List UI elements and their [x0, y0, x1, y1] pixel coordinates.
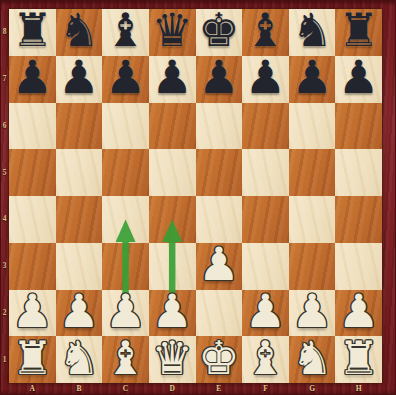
square-a2[interactable]: ♟: [9, 290, 56, 337]
piece-black-king-e8[interactable]: ♚: [198, 7, 239, 53]
piece-black-pawn-c7[interactable]: ♟: [105, 54, 146, 100]
piece-black-rook-h8[interactable]: ♜: [338, 7, 379, 53]
square-d4[interactable]: [149, 196, 196, 243]
square-h3[interactable]: [335, 243, 382, 290]
square-a5[interactable]: [9, 149, 56, 196]
piece-black-rook-a8[interactable]: ♜: [12, 7, 53, 53]
square-a6[interactable]: [9, 103, 56, 150]
square-b4[interactable]: [56, 196, 103, 243]
piece-white-bishop-f1[interactable]: ♝: [245, 335, 286, 381]
square-g5[interactable]: [289, 149, 336, 196]
piece-black-knight-b8[interactable]: ♞: [58, 7, 99, 53]
square-c5[interactable]: [102, 149, 149, 196]
piece-white-pawn-d2[interactable]: ♟: [152, 288, 193, 334]
square-e8[interactable]: ♚: [196, 9, 243, 56]
square-f5[interactable]: [242, 149, 289, 196]
rank-labels: 87654321: [0, 9, 9, 383]
square-b7[interactable]: ♟: [56, 56, 103, 103]
square-h8[interactable]: ♜: [335, 9, 382, 56]
rank-label-3: 3: [0, 262, 9, 270]
square-c8[interactable]: ♝: [102, 9, 149, 56]
square-b3[interactable]: [56, 243, 103, 290]
square-d6[interactable]: [149, 103, 196, 150]
piece-white-knight-b1[interactable]: ♞: [58, 335, 99, 381]
chess-board-frame: 87654321 ♜♞♝♛♚♝♞♜♟♟♟♟♟♟♟♟♟♟♟♟♟♟♟♟♜♞♝♛♚♝♞…: [0, 0, 396, 395]
square-f7[interactable]: ♟: [242, 56, 289, 103]
square-a3[interactable]: [9, 243, 56, 290]
file-label-B: B: [69, 385, 89, 393]
piece-black-pawn-e7[interactable]: ♟: [198, 54, 239, 100]
file-label-G: G: [302, 385, 322, 393]
square-b1[interactable]: ♞: [56, 336, 103, 383]
piece-black-pawn-g7[interactable]: ♟: [291, 54, 332, 100]
square-b6[interactable]: [56, 103, 103, 150]
piece-white-knight-g1[interactable]: ♞: [291, 335, 332, 381]
square-g3[interactable]: [289, 243, 336, 290]
square-c4[interactable]: [102, 196, 149, 243]
square-c2[interactable]: ♟: [102, 290, 149, 337]
piece-black-bishop-f8[interactable]: ♝: [245, 7, 286, 53]
piece-white-pawn-b2[interactable]: ♟: [58, 288, 99, 334]
file-label-C: C: [116, 385, 136, 393]
piece-black-queen-d8[interactable]: ♛: [152, 7, 193, 53]
square-g7[interactable]: ♟: [289, 56, 336, 103]
square-c7[interactable]: ♟: [102, 56, 149, 103]
square-e4[interactable]: [196, 196, 243, 243]
piece-black-pawn-b7[interactable]: ♟: [58, 54, 99, 100]
square-g6[interactable]: [289, 103, 336, 150]
square-a7[interactable]: ♟: [9, 56, 56, 103]
rank-label-1: 1: [0, 356, 9, 364]
file-label-H: H: [349, 385, 369, 393]
square-d7[interactable]: ♟: [149, 56, 196, 103]
piece-white-pawn-a2[interactable]: ♟: [12, 288, 53, 334]
piece-white-rook-h1[interactable]: ♜: [338, 335, 379, 381]
piece-black-knight-g8[interactable]: ♞: [291, 7, 332, 53]
square-f6[interactable]: [242, 103, 289, 150]
square-a8[interactable]: ♜: [9, 9, 56, 56]
square-d2[interactable]: ♟: [149, 290, 196, 337]
square-d5[interactable]: [149, 149, 196, 196]
piece-white-pawn-h2[interactable]: ♟: [338, 288, 379, 334]
square-f3[interactable]: [242, 243, 289, 290]
square-e7[interactable]: ♟: [196, 56, 243, 103]
square-e2[interactable]: [196, 290, 243, 337]
square-e3[interactable]: ♟: [196, 243, 243, 290]
square-b8[interactable]: ♞: [56, 9, 103, 56]
square-f4[interactable]: [242, 196, 289, 243]
square-h5[interactable]: [335, 149, 382, 196]
square-a4[interactable]: [9, 196, 56, 243]
square-h4[interactable]: [335, 196, 382, 243]
square-h6[interactable]: [335, 103, 382, 150]
piece-white-pawn-e3[interactable]: ♟: [198, 241, 239, 287]
piece-white-rook-a1[interactable]: ♜: [12, 335, 53, 381]
rank-label-2: 2: [0, 309, 9, 317]
piece-white-queen-d1[interactable]: ♛: [152, 335, 193, 381]
piece-white-pawn-g2[interactable]: ♟: [291, 288, 332, 334]
square-d3[interactable]: [149, 243, 196, 290]
file-labels: ABCDEFGH: [9, 383, 382, 395]
square-h1[interactable]: ♜: [335, 336, 382, 383]
chess-board[interactable]: ♜♞♝♛♚♝♞♜♟♟♟♟♟♟♟♟♟♟♟♟♟♟♟♟♜♞♝♛♚♝♞♜: [9, 9, 382, 383]
file-label-D: D: [162, 385, 182, 393]
square-c1[interactable]: ♝: [102, 336, 149, 383]
square-e1[interactable]: ♚: [196, 336, 243, 383]
piece-black-pawn-f7[interactable]: ♟: [245, 54, 286, 100]
rank-label-8: 8: [0, 28, 9, 36]
square-a1[interactable]: ♜: [9, 336, 56, 383]
square-f1[interactable]: ♝: [242, 336, 289, 383]
rank-label-4: 4: [0, 215, 9, 223]
square-g4[interactable]: [289, 196, 336, 243]
piece-white-bishop-c1[interactable]: ♝: [105, 335, 146, 381]
square-b2[interactable]: ♟: [56, 290, 103, 337]
square-d1[interactable]: ♛: [149, 336, 196, 383]
square-g8[interactable]: ♞: [289, 9, 336, 56]
square-b5[interactable]: [56, 149, 103, 196]
piece-black-pawn-h7[interactable]: ♟: [338, 54, 379, 100]
square-f8[interactable]: ♝: [242, 9, 289, 56]
piece-black-bishop-c8[interactable]: ♝: [105, 7, 146, 53]
square-c3[interactable]: [102, 243, 149, 290]
file-label-E: E: [209, 385, 229, 393]
square-e6[interactable]: [196, 103, 243, 150]
square-c6[interactable]: [102, 103, 149, 150]
square-h7[interactable]: ♟: [335, 56, 382, 103]
rank-label-6: 6: [0, 122, 9, 130]
square-f2[interactable]: ♟: [242, 290, 289, 337]
piece-white-pawn-f2[interactable]: ♟: [245, 288, 286, 334]
piece-white-king-e1[interactable]: ♚: [198, 335, 239, 381]
file-label-A: A: [22, 385, 42, 393]
rank-label-5: 5: [0, 169, 9, 177]
square-g2[interactable]: ♟: [289, 290, 336, 337]
square-e5[interactable]: [196, 149, 243, 196]
rank-label-7: 7: [0, 75, 9, 83]
piece-white-pawn-c2[interactable]: ♟: [105, 288, 146, 334]
square-h2[interactable]: ♟: [335, 290, 382, 337]
square-g1[interactable]: ♞: [289, 336, 336, 383]
square-d8[interactable]: ♛: [149, 9, 196, 56]
file-label-F: F: [255, 385, 275, 393]
piece-black-pawn-d7[interactable]: ♟: [152, 54, 193, 100]
piece-black-pawn-a7[interactable]: ♟: [12, 54, 53, 100]
